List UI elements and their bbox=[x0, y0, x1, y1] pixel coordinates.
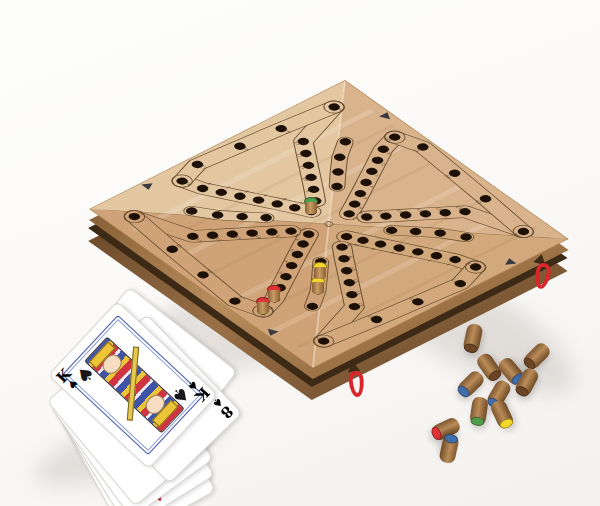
scene-product-photo: { "scene": {"background": "#fbfaf9", "su… bbox=[0, 0, 600, 506]
loose-peg-end bbox=[443, 433, 459, 445]
loose-peg-end bbox=[514, 384, 531, 399]
clasp-loop-bottom bbox=[348, 370, 365, 397]
peg-body bbox=[314, 267, 326, 279]
peg-yellow bbox=[313, 262, 327, 279]
peg-green bbox=[304, 197, 318, 214]
peg-yellow bbox=[311, 277, 325, 294]
peg-body bbox=[268, 290, 280, 302]
loose-peg-end bbox=[470, 416, 485, 427]
peg-body bbox=[312, 282, 324, 294]
loose-peg-yellow bbox=[489, 398, 515, 430]
loose-peg-end bbox=[498, 416, 514, 430]
card-deck: ♦ 8♠ K♠ K♠ ♠ ♠ bbox=[18, 312, 258, 502]
peg-body bbox=[305, 202, 317, 214]
peg-body bbox=[257, 302, 269, 314]
loose-peg-end bbox=[455, 383, 471, 399]
loose-peg-green bbox=[469, 396, 489, 426]
loose-peg-end bbox=[429, 425, 443, 441]
peg-red bbox=[267, 285, 281, 302]
